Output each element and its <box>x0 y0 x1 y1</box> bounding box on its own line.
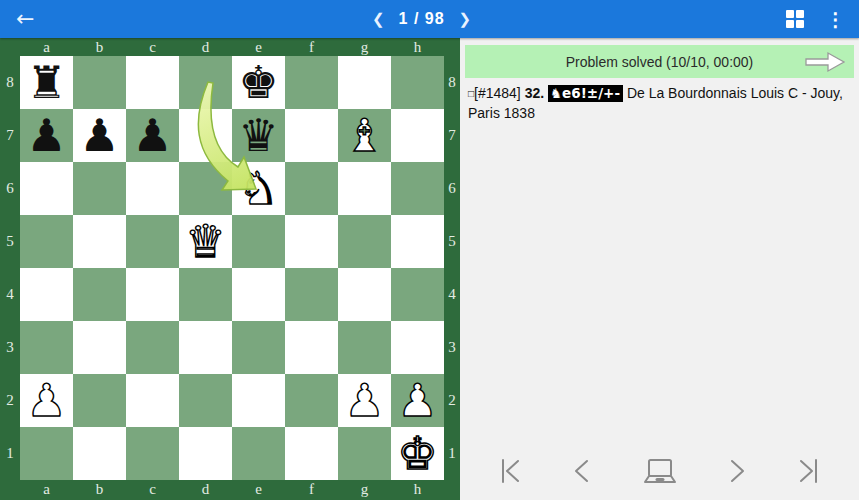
square-e3[interactable] <box>232 321 285 374</box>
square-f3[interactable] <box>285 321 338 374</box>
square-h8[interactable] <box>391 56 444 109</box>
move-navigation-bar <box>460 444 859 498</box>
topbar-actions: ⋮ <box>786 10 845 29</box>
variation-bullet: □ <box>468 88 474 99</box>
file-label-f: f <box>285 480 338 500</box>
rank-label-1: 1 <box>444 427 460 480</box>
black-queen-e7[interactable]: ♛ <box>232 109 285 162</box>
white-pawn-a2[interactable]: ♟ <box>20 374 73 427</box>
rank-labels-right: 87654321 <box>444 56 460 480</box>
engine-laptop-icon[interactable] <box>641 456 679 486</box>
rank-label-7: 7 <box>0 109 20 162</box>
nav-next-button[interactable] <box>726 457 748 485</box>
file-label-b: b <box>73 480 126 500</box>
file-label-e: e <box>232 480 285 500</box>
top-app-bar: ← ❮ 1 / 98 ❯ ⋮ <box>0 0 859 38</box>
square-d8[interactable] <box>179 56 232 109</box>
rank-label-7: 7 <box>444 109 460 162</box>
square-a1[interactable] <box>20 427 73 480</box>
white-bishop-g7[interactable]: ♝ <box>338 109 391 162</box>
problem-pager: ❮ 1 / 98 ❯ <box>372 0 471 38</box>
rank-label-4: 4 <box>0 268 20 321</box>
rank-labels-left: 87654321 <box>0 56 20 480</box>
square-a5[interactable] <box>20 215 73 268</box>
file-label-g: g <box>338 480 391 500</box>
board-grid: ♜♚♟♟♟♛♝♞♛♟♟♟♚ <box>20 56 444 480</box>
square-f4[interactable] <box>285 268 338 321</box>
panel-spacer <box>460 123 859 444</box>
grid-view-icon[interactable] <box>786 10 804 28</box>
rank-label-2: 2 <box>444 374 460 427</box>
file-label-a: a <box>20 38 73 56</box>
square-b2[interactable] <box>73 374 126 427</box>
current-move-chip[interactable]: ♞e6!±/+- <box>548 85 623 102</box>
square-e2[interactable] <box>232 374 285 427</box>
problem-id: [#1484] <box>474 85 521 101</box>
square-b5[interactable] <box>73 215 126 268</box>
square-e5[interactable] <box>232 215 285 268</box>
black-king-e8[interactable]: ♚ <box>232 56 285 109</box>
move-annotation: □[#1484] 32. ♞e6!±/+- De La Bourdonnais … <box>468 84 851 123</box>
file-label-c: c <box>126 38 179 56</box>
status-text: Problem solved (10/10, 00:00) <box>465 54 854 70</box>
square-a8[interactable]: ♜ <box>20 56 73 109</box>
status-banner: Problem solved (10/10, 00:00) <box>465 45 854 78</box>
square-e7[interactable]: ♛ <box>232 109 285 162</box>
square-a2[interactable]: ♟ <box>20 374 73 427</box>
file-label-b: b <box>73 38 126 56</box>
square-e6[interactable]: ♞ <box>232 162 285 215</box>
black-rook-a8[interactable]: ♜ <box>20 56 73 109</box>
square-a7[interactable]: ♟ <box>20 109 73 162</box>
square-d5[interactable]: ♛ <box>179 215 232 268</box>
info-panel: Problem solved (10/10, 00:00) □[#1484] 3… <box>460 38 859 500</box>
square-b8[interactable] <box>73 56 126 109</box>
move-number: 32. <box>525 85 544 101</box>
square-c4[interactable] <box>126 268 179 321</box>
white-pawn-h2[interactable]: ♟ <box>391 374 444 427</box>
square-f1[interactable] <box>285 427 338 480</box>
square-c3[interactable] <box>126 321 179 374</box>
square-b6[interactable] <box>73 162 126 215</box>
file-label-h: h <box>391 38 444 56</box>
pager-prev-icon[interactable]: ❮ <box>372 10 385 28</box>
back-arrow-icon[interactable]: ← <box>16 8 34 30</box>
file-label-g: g <box>338 38 391 56</box>
square-d6[interactable] <box>179 162 232 215</box>
file-label-h: h <box>391 480 444 500</box>
square-f7[interactable] <box>285 109 338 162</box>
rank-label-6: 6 <box>0 162 20 215</box>
white-queen-d5[interactable]: ♛ <box>179 215 232 268</box>
rank-label-3: 3 <box>0 321 20 374</box>
square-g8[interactable] <box>338 56 391 109</box>
file-label-f: f <box>285 38 338 56</box>
square-c2[interactable] <box>126 374 179 427</box>
square-c5[interactable] <box>126 215 179 268</box>
square-h2[interactable]: ♟ <box>391 374 444 427</box>
square-c7[interactable]: ♟ <box>126 109 179 162</box>
square-d3[interactable] <box>179 321 232 374</box>
square-h6[interactable] <box>391 162 444 215</box>
square-c6[interactable] <box>126 162 179 215</box>
page-indicator: 1 / 98 <box>399 10 445 28</box>
chess-app-window: ← ❮ 1 / 98 ❯ ⋮ abcdefgh abcdefgh 8765432… <box>0 0 859 500</box>
square-f6[interactable] <box>285 162 338 215</box>
file-label-d: d <box>179 38 232 56</box>
square-g5[interactable] <box>338 215 391 268</box>
square-b1[interactable] <box>73 427 126 480</box>
rank-label-4: 4 <box>444 268 460 321</box>
square-d7[interactable] <box>179 109 232 162</box>
file-labels-top: abcdefgh <box>20 38 444 56</box>
square-f5[interactable] <box>285 215 338 268</box>
rank-label-5: 5 <box>444 215 460 268</box>
square-e8[interactable]: ♚ <box>232 56 285 109</box>
square-h4[interactable] <box>391 268 444 321</box>
file-label-d: d <box>179 480 232 500</box>
chess-board-frame: abcdefgh abcdefgh 87654321 87654321 ♜♚♟♟… <box>0 38 460 500</box>
main-content: abcdefgh abcdefgh 87654321 87654321 ♜♚♟♟… <box>0 38 859 500</box>
square-h5[interactable] <box>391 215 444 268</box>
square-a3[interactable] <box>20 321 73 374</box>
nav-prev-button[interactable] <box>571 457 593 485</box>
nav-last-button[interactable] <box>795 457 821 485</box>
rank-label-2: 2 <box>0 374 20 427</box>
rank-label-6: 6 <box>444 162 460 215</box>
rank-label-1: 1 <box>0 427 20 480</box>
square-h1[interactable]: ♚ <box>391 427 444 480</box>
file-label-e: e <box>232 38 285 56</box>
square-h7[interactable] <box>391 109 444 162</box>
square-b4[interactable] <box>73 268 126 321</box>
square-e1[interactable] <box>232 427 285 480</box>
rank-label-8: 8 <box>444 56 460 109</box>
overflow-menu-icon[interactable]: ⋮ <box>826 10 845 29</box>
nav-first-button[interactable] <box>498 457 524 485</box>
white-king-h1[interactable]: ♚ <box>391 427 444 480</box>
square-c8[interactable] <box>126 56 179 109</box>
square-d4[interactable] <box>179 268 232 321</box>
rank-label-3: 3 <box>444 321 460 374</box>
square-h3[interactable] <box>391 321 444 374</box>
white-pawn-g2[interactable]: ♟ <box>338 374 391 427</box>
black-pawn-b7[interactable]: ♟ <box>73 109 126 162</box>
square-g2[interactable]: ♟ <box>338 374 391 427</box>
black-pawn-a7[interactable]: ♟ <box>20 109 73 162</box>
square-e4[interactable] <box>232 268 285 321</box>
square-b7[interactable]: ♟ <box>73 109 126 162</box>
rank-label-8: 8 <box>0 56 20 109</box>
square-f8[interactable] <box>285 56 338 109</box>
white-knight-e6[interactable]: ♞ <box>232 162 285 215</box>
square-a4[interactable] <box>20 268 73 321</box>
square-g4[interactable] <box>338 268 391 321</box>
file-label-a: a <box>20 480 73 500</box>
square-g3[interactable] <box>338 321 391 374</box>
square-d1[interactable] <box>179 427 232 480</box>
square-g7[interactable]: ♝ <box>338 109 391 162</box>
file-label-c: c <box>126 480 179 500</box>
square-a6[interactable] <box>20 162 73 215</box>
black-pawn-c7[interactable]: ♟ <box>126 109 179 162</box>
square-b3[interactable] <box>73 321 126 374</box>
file-labels-bottom: abcdefgh <box>20 480 444 500</box>
square-c1[interactable] <box>126 427 179 480</box>
square-f2[interactable] <box>285 374 338 427</box>
pager-next-icon[interactable]: ❯ <box>459 10 472 28</box>
next-problem-arrow-icon[interactable] <box>804 51 846 73</box>
rank-label-5: 5 <box>0 215 20 268</box>
square-g6[interactable] <box>338 162 391 215</box>
square-d2[interactable] <box>179 374 232 427</box>
square-g1[interactable] <box>338 427 391 480</box>
